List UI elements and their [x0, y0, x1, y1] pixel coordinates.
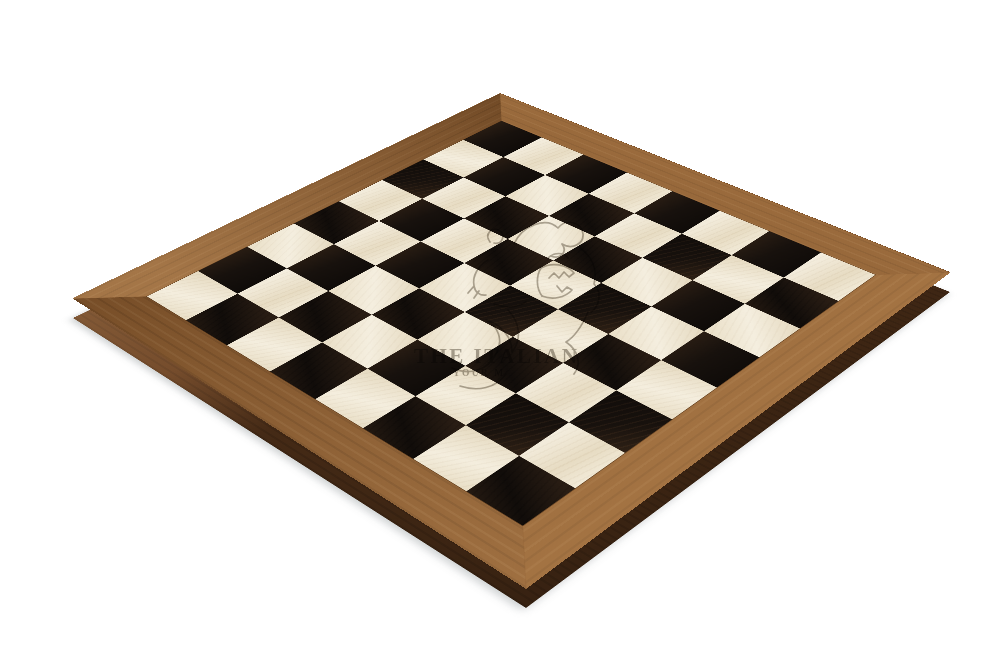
chess-board [73, 93, 950, 588]
product-photo: THE ITALIAN YOUR M [0, 0, 1002, 668]
board-field [147, 121, 875, 526]
